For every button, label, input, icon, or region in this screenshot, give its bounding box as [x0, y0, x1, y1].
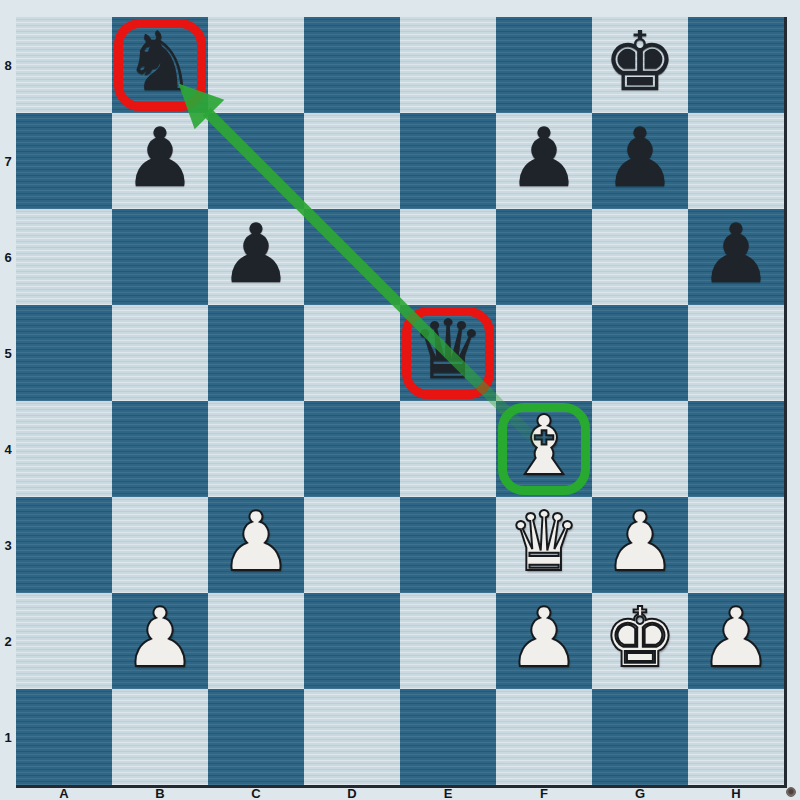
black-pawn[interactable]: ♟ — [507, 117, 581, 199]
square-g6[interactable] — [592, 209, 688, 305]
square-h6[interactable]: ♟ — [688, 209, 784, 305]
black-pawn[interactable]: ♟ — [219, 213, 293, 295]
square-f7[interactable]: ♟ — [496, 113, 592, 209]
rank-label-8: 8 — [0, 17, 16, 113]
square-d8[interactable] — [304, 17, 400, 113]
square-c1[interactable] — [208, 689, 304, 785]
square-b2[interactable]: ♟ — [112, 593, 208, 689]
square-h1[interactable] — [688, 689, 784, 785]
square-e2[interactable] — [400, 593, 496, 689]
white-queen[interactable]: ♛ — [507, 501, 581, 583]
chess-app-window: 87654321 ABCDEFGH ♞♚♟♟♟♟♟♛♝♟♛♟♟♟♚♟ — [0, 0, 800, 800]
square-b8[interactable]: ♞ — [112, 17, 208, 113]
square-h7[interactable] — [688, 113, 784, 209]
square-g3[interactable]: ♟ — [592, 497, 688, 593]
square-d1[interactable] — [304, 689, 400, 785]
square-f2[interactable]: ♟ — [496, 593, 592, 689]
square-a5[interactable] — [16, 305, 112, 401]
square-g5[interactable] — [592, 305, 688, 401]
square-h3[interactable] — [688, 497, 784, 593]
file-label-D: D — [304, 786, 400, 800]
square-f3[interactable]: ♛ — [496, 497, 592, 593]
square-d5[interactable] — [304, 305, 400, 401]
square-g1[interactable] — [592, 689, 688, 785]
square-f4[interactable]: ♝ — [496, 401, 592, 497]
square-b7[interactable]: ♟ — [112, 113, 208, 209]
square-d4[interactable] — [304, 401, 400, 497]
black-queen[interactable]: ♛ — [411, 309, 485, 391]
square-b4[interactable] — [112, 401, 208, 497]
rank-label-4: 4 — [0, 401, 16, 497]
square-e7[interactable] — [400, 113, 496, 209]
square-e6[interactable] — [400, 209, 496, 305]
square-f1[interactable] — [496, 689, 592, 785]
square-e8[interactable] — [400, 17, 496, 113]
rank-labels: 87654321 — [0, 17, 16, 785]
square-f8[interactable] — [496, 17, 592, 113]
square-c4[interactable] — [208, 401, 304, 497]
file-label-C: C — [208, 786, 304, 800]
file-labels: ABCDEFGH — [16, 786, 784, 800]
square-g4[interactable] — [592, 401, 688, 497]
white-king[interactable]: ♚ — [603, 597, 677, 679]
file-label-E: E — [400, 786, 496, 800]
square-a6[interactable] — [16, 209, 112, 305]
square-g2[interactable]: ♚ — [592, 593, 688, 689]
black-pawn[interactable]: ♟ — [123, 117, 197, 199]
square-a8[interactable] — [16, 17, 112, 113]
square-b1[interactable] — [112, 689, 208, 785]
square-e3[interactable] — [400, 497, 496, 593]
white-pawn[interactable]: ♟ — [219, 501, 293, 583]
square-g7[interactable]: ♟ — [592, 113, 688, 209]
square-e4[interactable] — [400, 401, 496, 497]
square-g8[interactable]: ♚ — [592, 17, 688, 113]
square-a1[interactable] — [16, 689, 112, 785]
rank-label-5: 5 — [0, 305, 16, 401]
square-b5[interactable] — [112, 305, 208, 401]
square-a3[interactable] — [16, 497, 112, 593]
black-pawn[interactable]: ♟ — [699, 213, 773, 295]
white-bishop[interactable]: ♝ — [507, 405, 581, 487]
square-d6[interactable] — [304, 209, 400, 305]
file-label-H: H — [688, 786, 784, 800]
file-label-G: G — [592, 786, 688, 800]
square-c5[interactable] — [208, 305, 304, 401]
white-pawn[interactable]: ♟ — [123, 597, 197, 679]
black-king[interactable]: ♚ — [603, 21, 677, 103]
rank-label-6: 6 — [0, 209, 16, 305]
file-label-A: A — [16, 786, 112, 800]
square-h2[interactable]: ♟ — [688, 593, 784, 689]
square-h4[interactable] — [688, 401, 784, 497]
square-d2[interactable] — [304, 593, 400, 689]
square-c2[interactable] — [208, 593, 304, 689]
rank-label-3: 3 — [0, 497, 16, 593]
square-h8[interactable] — [688, 17, 784, 113]
square-f5[interactable] — [496, 305, 592, 401]
square-c6[interactable]: ♟ — [208, 209, 304, 305]
file-label-B: B — [112, 786, 208, 800]
white-pawn[interactable]: ♟ — [603, 501, 677, 583]
square-f6[interactable] — [496, 209, 592, 305]
square-c3[interactable]: ♟ — [208, 497, 304, 593]
square-e5[interactable]: ♛ — [400, 305, 496, 401]
square-e1[interactable] — [400, 689, 496, 785]
square-b3[interactable] — [112, 497, 208, 593]
white-pawn[interactable]: ♟ — [699, 597, 773, 679]
rank-label-1: 1 — [0, 689, 16, 785]
file-label-F: F — [496, 786, 592, 800]
square-d7[interactable] — [304, 113, 400, 209]
square-a2[interactable] — [16, 593, 112, 689]
square-a4[interactable] — [16, 401, 112, 497]
rank-label-2: 2 — [0, 593, 16, 689]
chess-board: ♞♚♟♟♟♟♟♛♝♟♛♟♟♟♚♟ — [16, 17, 787, 788]
square-c7[interactable] — [208, 113, 304, 209]
black-pawn[interactable]: ♟ — [603, 117, 677, 199]
square-b6[interactable] — [112, 209, 208, 305]
watermark-dot — [786, 787, 796, 797]
square-h5[interactable] — [688, 305, 784, 401]
square-a7[interactable] — [16, 113, 112, 209]
square-d3[interactable] — [304, 497, 400, 593]
black-knight[interactable]: ♞ — [123, 21, 197, 103]
rank-label-7: 7 — [0, 113, 16, 209]
square-c8[interactable] — [208, 17, 304, 113]
white-pawn[interactable]: ♟ — [507, 597, 581, 679]
